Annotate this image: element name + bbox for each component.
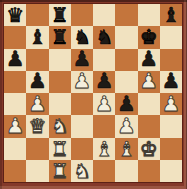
- square-b6[interactable]: [26, 49, 48, 71]
- square-d2[interactable]: [71, 138, 93, 160]
- square-d8[interactable]: [71, 4, 93, 26]
- square-e3[interactable]: [93, 115, 115, 137]
- square-h3[interactable]: [160, 115, 182, 137]
- black-pawn[interactable]: ♟: [26, 71, 48, 93]
- black-knight[interactable]: ♞: [71, 26, 93, 48]
- square-d5[interactable]: ♟: [71, 71, 93, 93]
- square-b5[interactable]: ♟: [26, 71, 48, 93]
- square-a4[interactable]: [4, 93, 26, 115]
- white-rook[interactable]: ♜: [49, 160, 71, 182]
- square-b7[interactable]: ♝: [26, 26, 48, 48]
- black-rook[interactable]: ♜: [49, 4, 71, 26]
- square-d7[interactable]: ♞: [71, 26, 93, 48]
- square-c8[interactable]: ♜: [49, 4, 71, 26]
- white-pawn[interactable]: ♟: [115, 115, 137, 137]
- square-h7[interactable]: [160, 26, 182, 48]
- square-h2[interactable]: [160, 138, 182, 160]
- square-e8[interactable]: [93, 4, 115, 26]
- square-e7[interactable]: ♞: [93, 26, 115, 48]
- square-f6[interactable]: [115, 49, 137, 71]
- white-queen[interactable]: ♛: [26, 115, 48, 137]
- square-a3[interactable]: ♟: [4, 115, 26, 137]
- square-e6[interactable]: [93, 49, 115, 71]
- square-c6[interactable]: [49, 49, 71, 71]
- chess-board: ♛♜♝♝♜♞♞♚♟♟♟♟♟♟♟♟♟♟♟♟♟♛♞♟♜♝♝♚♜♞: [4, 4, 182, 182]
- white-pawn[interactable]: ♟: [4, 115, 26, 137]
- square-d1[interactable]: ♞: [71, 160, 93, 182]
- square-h8[interactable]: ♝: [160, 4, 182, 26]
- square-h1[interactable]: [160, 160, 182, 182]
- black-rook[interactable]: ♜: [49, 26, 71, 48]
- square-e5[interactable]: ♟: [93, 71, 115, 93]
- white-rook[interactable]: ♜: [49, 138, 71, 160]
- square-b1[interactable]: [26, 160, 48, 182]
- square-a8[interactable]: ♛: [4, 4, 26, 26]
- square-g8[interactable]: [138, 4, 160, 26]
- square-d6[interactable]: ♟: [71, 49, 93, 71]
- square-c3[interactable]: ♞: [49, 115, 71, 137]
- square-f5[interactable]: [115, 71, 137, 93]
- black-pawn[interactable]: ♟: [138, 49, 160, 71]
- square-e4[interactable]: ♟: [93, 93, 115, 115]
- black-pawn[interactable]: ♟: [115, 93, 137, 115]
- black-bishop[interactable]: ♝: [160, 4, 182, 26]
- black-pawn[interactable]: ♟: [160, 71, 182, 93]
- white-pawn[interactable]: ♟: [93, 93, 115, 115]
- square-f3[interactable]: ♟: [115, 115, 137, 137]
- square-g2[interactable]: ♚: [138, 138, 160, 160]
- square-e1[interactable]: [93, 160, 115, 182]
- black-pawn[interactable]: ♟: [71, 49, 93, 71]
- square-a2[interactable]: [4, 138, 26, 160]
- white-pawn[interactable]: ♟: [26, 93, 48, 115]
- square-g1[interactable]: [138, 160, 160, 182]
- square-g5[interactable]: ♟: [138, 71, 160, 93]
- white-bishop[interactable]: ♝: [115, 138, 137, 160]
- square-c2[interactable]: ♜: [49, 138, 71, 160]
- white-pawn[interactable]: ♟: [71, 71, 93, 93]
- square-a1[interactable]: [4, 160, 26, 182]
- square-f2[interactable]: ♝: [115, 138, 137, 160]
- square-b2[interactable]: [26, 138, 48, 160]
- square-a5[interactable]: [4, 71, 26, 93]
- white-knight[interactable]: ♞: [49, 115, 71, 137]
- chess-board-frame: ♛♜♝♝♜♞♞♚♟♟♟♟♟♟♟♟♟♟♟♟♟♛♞♟♜♝♝♚♜♞: [0, 0, 187, 189]
- square-b8[interactable]: [26, 4, 48, 26]
- white-pawn[interactable]: ♟: [138, 71, 160, 93]
- square-a6[interactable]: ♟: [4, 49, 26, 71]
- square-b4[interactable]: ♟: [26, 93, 48, 115]
- square-g6[interactable]: ♟: [138, 49, 160, 71]
- square-h4[interactable]: ♟: [160, 93, 182, 115]
- black-knight[interactable]: ♞: [93, 26, 115, 48]
- square-c7[interactable]: ♜: [49, 26, 71, 48]
- square-g7[interactable]: ♚: [138, 26, 160, 48]
- white-knight[interactable]: ♞: [71, 160, 93, 182]
- black-queen[interactable]: ♛: [4, 4, 26, 26]
- square-b3[interactable]: ♛: [26, 115, 48, 137]
- white-bishop[interactable]: ♝: [93, 138, 115, 160]
- square-c5[interactable]: [49, 71, 71, 93]
- black-pawn[interactable]: ♟: [4, 49, 26, 71]
- square-h5[interactable]: ♟: [160, 71, 182, 93]
- black-pawn[interactable]: ♟: [93, 71, 115, 93]
- square-a7[interactable]: [4, 26, 26, 48]
- square-c4[interactable]: [49, 93, 71, 115]
- square-f8[interactable]: [115, 4, 137, 26]
- square-h6[interactable]: [160, 49, 182, 71]
- square-g3[interactable]: [138, 115, 160, 137]
- black-king[interactable]: ♚: [138, 26, 160, 48]
- square-f4[interactable]: ♟: [115, 93, 137, 115]
- square-c1[interactable]: ♜: [49, 160, 71, 182]
- square-d3[interactable]: [71, 115, 93, 137]
- black-bishop[interactable]: ♝: [26, 26, 48, 48]
- square-d4[interactable]: [71, 93, 93, 115]
- square-e2[interactable]: ♝: [93, 138, 115, 160]
- square-f7[interactable]: [115, 26, 137, 48]
- square-f1[interactable]: [115, 160, 137, 182]
- white-pawn[interactable]: ♟: [160, 93, 182, 115]
- white-king[interactable]: ♚: [138, 138, 160, 160]
- square-g4[interactable]: [138, 93, 160, 115]
